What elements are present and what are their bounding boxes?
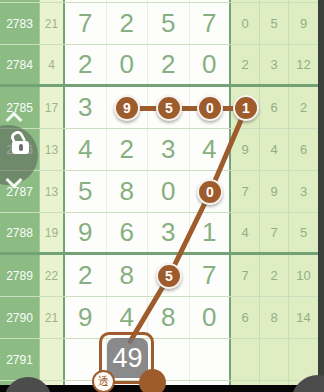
stat-cell: 6 xyxy=(289,129,318,170)
draw-number-label: 2783 xyxy=(0,3,40,44)
draw-number-label: 2791 xyxy=(0,339,40,380)
sum-stat-cell: 17 xyxy=(40,87,65,128)
drag-handle[interactable] xyxy=(139,369,166,392)
trend-point-circle: 1 xyxy=(233,95,259,121)
stat-cell: 10 xyxy=(289,255,318,296)
partial-cell xyxy=(0,0,40,2)
digit-cell: 2 xyxy=(107,129,149,170)
stat-cell xyxy=(289,339,318,380)
right-edge-panel xyxy=(318,0,324,392)
draw-number-label: 2790 xyxy=(0,297,40,338)
draw-number-label: 2789 xyxy=(0,255,40,296)
digit-cell: 8 xyxy=(107,171,149,212)
digit-cell: 0 xyxy=(190,297,232,338)
digit-cell xyxy=(190,339,232,380)
digit-cell: 2 xyxy=(107,3,149,44)
partial-cell xyxy=(107,0,149,2)
trend-line-segment xyxy=(127,106,246,111)
digit-cell: 9 xyxy=(65,213,107,252)
digit-cell: 8 xyxy=(107,255,149,296)
stat-cell: 12 xyxy=(289,45,318,84)
stat-cell: 9 xyxy=(289,3,318,44)
digit-cell: 3 xyxy=(148,129,190,170)
chart-row-2786: 2786134234946 xyxy=(0,129,318,171)
partial-cell xyxy=(40,0,65,2)
trend-point-circle: 0 xyxy=(197,179,223,205)
sum-stat-cell: 22 xyxy=(40,255,65,296)
stat-cell: 8 xyxy=(260,297,289,338)
digit-cell: 0 xyxy=(148,171,190,212)
digit-cell: 7 xyxy=(65,3,107,44)
chart-row-2787: 2787135800793 xyxy=(0,171,318,213)
tou-badge[interactable]: 透 xyxy=(92,370,115,392)
digit-cell: 9 xyxy=(65,297,107,338)
draw-number-label: 2788 xyxy=(0,213,40,252)
stat-cell xyxy=(260,339,289,380)
chart-row-2784: 2784420202312 xyxy=(0,45,318,87)
digit-cell: 5 xyxy=(65,171,107,212)
stat-cell: 9 xyxy=(260,171,289,212)
digit-cell: 5 xyxy=(148,3,190,44)
stat-cell: 3 xyxy=(260,45,289,84)
trend-point-circle: 0 xyxy=(197,95,223,121)
digit-cell: 3 xyxy=(65,87,107,128)
sum-stat-cell xyxy=(40,339,65,380)
stat-cell: 4 xyxy=(231,213,260,252)
stat-cell: 5 xyxy=(260,3,289,44)
partial-cell xyxy=(289,0,318,2)
trend-grid: 2783217257059278442020231227851739501622… xyxy=(0,0,318,385)
lock-icon-body xyxy=(12,141,29,154)
digit-cell: 2 xyxy=(148,45,190,84)
sum-stat-cell: 13 xyxy=(40,171,65,212)
lock-keyhole xyxy=(19,144,23,151)
stat-cell xyxy=(231,339,260,380)
prediction-value-box[interactable]: 49 xyxy=(107,338,148,378)
sum-stat-cell: 13 xyxy=(40,129,65,170)
stat-cell: 7 xyxy=(260,213,289,252)
stat-cell: 4 xyxy=(260,129,289,170)
sum-stat-cell: 21 xyxy=(40,297,65,338)
sum-stat-cell: 4 xyxy=(40,45,65,84)
stat-cell: 5 xyxy=(289,213,318,252)
digit-cell: 6 xyxy=(107,213,149,252)
stat-cell: 7 xyxy=(231,255,260,296)
stat-cell: 2 xyxy=(289,87,318,128)
partial-cell xyxy=(65,0,107,2)
chart-row-2790: 27902194806814 xyxy=(0,297,318,339)
trend-chart-screen: 2783217257059278442020231227851739501622… xyxy=(0,0,324,392)
stat-cell: 6 xyxy=(231,297,260,338)
stat-cell: 2 xyxy=(260,255,289,296)
digit-cell: 0 xyxy=(190,45,232,84)
digit-cell: 4 xyxy=(65,129,107,170)
stat-cell: 2 xyxy=(231,45,260,84)
digit-cell: 0 xyxy=(107,45,149,84)
sum-stat-cell: 21 xyxy=(40,3,65,44)
trend-point-circle: 9 xyxy=(114,95,140,121)
trend-point-circle: 5 xyxy=(156,263,182,289)
partial-cell xyxy=(260,0,289,2)
trend-point-circle: 5 xyxy=(156,95,182,121)
partial-cell xyxy=(190,0,232,2)
digit-cell: 2 xyxy=(65,45,107,84)
stat-cell: 14 xyxy=(289,297,318,338)
partial-cell xyxy=(148,0,190,2)
digit-cell: 7 xyxy=(190,3,232,44)
digit-cell: 2 xyxy=(65,255,107,296)
partial-cell xyxy=(231,0,260,2)
digit-cell: 7 xyxy=(190,255,232,296)
chart-row-2788: 2788199631475 xyxy=(0,213,318,255)
draw-number-label: 2784 xyxy=(0,45,40,84)
stat-cell: 3 xyxy=(289,171,318,212)
stat-cell: 6 xyxy=(260,87,289,128)
stat-cell: 7 xyxy=(231,171,260,212)
chart-row-2783: 2783217257059 xyxy=(0,3,318,45)
sum-stat-cell: 19 xyxy=(40,213,65,252)
stat-cell: 0 xyxy=(231,3,260,44)
